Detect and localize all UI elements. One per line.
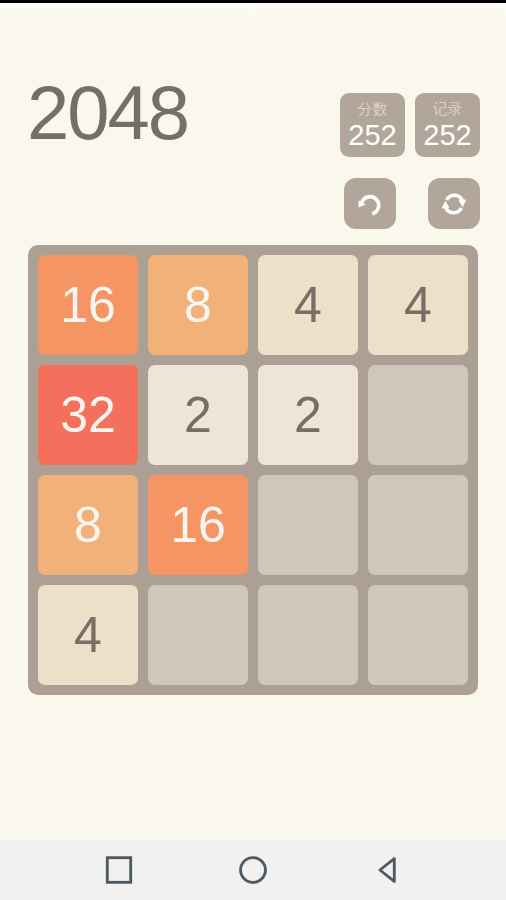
status-bar-shadow bbox=[0, 3, 506, 19]
board[interactable]: 1684432228164 bbox=[28, 245, 478, 695]
back-triangle-icon bbox=[370, 852, 406, 888]
tile-2-r2c2: 2 bbox=[148, 365, 248, 465]
tile-16-r3c2: 16 bbox=[148, 475, 248, 575]
navigation-bar bbox=[0, 840, 506, 900]
score-value: 252 bbox=[348, 119, 396, 151]
undo-arrow-icon bbox=[354, 188, 386, 220]
nav-home-button[interactable] bbox=[234, 851, 272, 889]
empty-cell-r4c4 bbox=[368, 585, 468, 685]
score-label: 分数 bbox=[358, 100, 388, 118]
app-screen: 2048 分数 252 记录 252 1684432228164 bbox=[0, 0, 506, 900]
empty-cell-r4c2 bbox=[148, 585, 248, 685]
nav-back-button[interactable] bbox=[369, 851, 407, 889]
best-score-box: 记录 252 bbox=[415, 93, 480, 157]
empty-cell-r4c3 bbox=[258, 585, 358, 685]
empty-cell-r3c3 bbox=[258, 475, 358, 575]
tile-8-r1c2: 8 bbox=[148, 255, 248, 355]
square-recents-icon bbox=[101, 852, 137, 888]
tile-8-r3c1: 8 bbox=[38, 475, 138, 575]
score-box: 分数 252 bbox=[340, 93, 405, 157]
nav-recents-button[interactable] bbox=[100, 851, 138, 889]
tile-32-r2c1: 32 bbox=[38, 365, 138, 465]
restart-button[interactable] bbox=[428, 178, 480, 229]
tile-2-r2c3: 2 bbox=[258, 365, 358, 465]
empty-cell-r3c4 bbox=[368, 475, 468, 575]
tile-16-r1c1: 16 bbox=[38, 255, 138, 355]
page-title: 2048 bbox=[27, 68, 247, 158]
refresh-arrows-icon bbox=[438, 188, 470, 220]
best-score-label: 记录 bbox=[433, 100, 463, 118]
undo-button[interactable] bbox=[344, 178, 396, 229]
tile-4-r1c4: 4 bbox=[368, 255, 468, 355]
circle-home-icon bbox=[235, 852, 271, 888]
best-score-value: 252 bbox=[423, 119, 471, 151]
tile-4-r1c3: 4 bbox=[258, 255, 358, 355]
tile-4-r4c1: 4 bbox=[38, 585, 138, 685]
empty-cell-r2c4 bbox=[368, 365, 468, 465]
